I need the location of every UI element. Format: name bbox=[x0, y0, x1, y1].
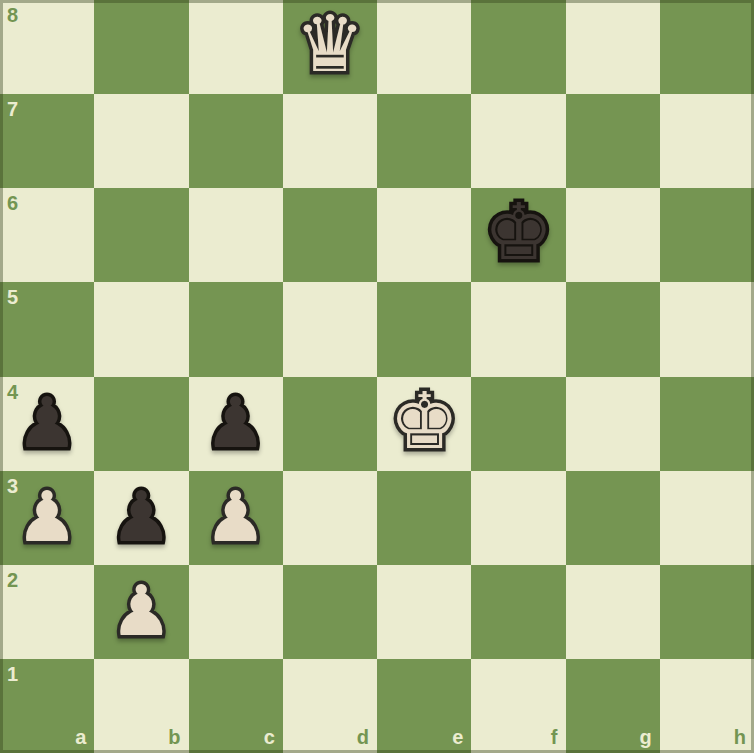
square-c4[interactable]: ♟♟ bbox=[189, 377, 283, 471]
square-f6[interactable]: ♚♚ bbox=[471, 188, 565, 282]
file-label-b: b bbox=[168, 727, 180, 747]
white-king-icon: ♚ bbox=[389, 382, 459, 460]
square-g3[interactable] bbox=[566, 471, 660, 565]
square-f5[interactable] bbox=[471, 282, 565, 376]
square-d6[interactable] bbox=[283, 188, 377, 282]
square-d4[interactable] bbox=[283, 377, 377, 471]
square-g2[interactable] bbox=[566, 565, 660, 659]
square-g8[interactable] bbox=[566, 0, 660, 94]
square-a1[interactable]: 1a bbox=[0, 659, 94, 753]
square-b5[interactable] bbox=[94, 282, 188, 376]
file-label-d: d bbox=[357, 727, 369, 747]
piece-white-pawn-c3[interactable]: ♟♟ bbox=[189, 471, 283, 565]
square-a6[interactable]: 6 bbox=[0, 188, 94, 282]
square-f2[interactable] bbox=[471, 565, 565, 659]
square-e1[interactable]: e bbox=[377, 659, 471, 753]
square-h1[interactable]: h bbox=[660, 659, 754, 753]
square-c8[interactable] bbox=[189, 0, 283, 94]
square-e8[interactable] bbox=[377, 0, 471, 94]
square-b6[interactable] bbox=[94, 188, 188, 282]
piece-white-pawn-b2[interactable]: ♟♟ bbox=[94, 565, 188, 659]
piece-white-king-e4[interactable]: ♚♚ bbox=[377, 377, 471, 471]
square-e3[interactable] bbox=[377, 471, 471, 565]
rank-label-7: 7 bbox=[7, 99, 18, 119]
square-b4[interactable] bbox=[94, 377, 188, 471]
square-f7[interactable] bbox=[471, 94, 565, 188]
square-d5[interactable] bbox=[283, 282, 377, 376]
square-f1[interactable]: f bbox=[471, 659, 565, 753]
rank-label-5: 5 bbox=[7, 287, 18, 307]
piece-white-queen-d8[interactable]: ♛♛ bbox=[283, 0, 377, 94]
square-a3[interactable]: 3♟♟ bbox=[0, 471, 94, 565]
square-h4[interactable] bbox=[660, 377, 754, 471]
square-d7[interactable] bbox=[283, 94, 377, 188]
square-b3[interactable]: ♟♟ bbox=[94, 471, 188, 565]
piece-black-pawn-a4[interactable]: ♟♟ bbox=[0, 377, 94, 471]
black-king-icon: ♚ bbox=[483, 193, 553, 271]
rank-label-6: 6 bbox=[7, 193, 18, 213]
square-c7[interactable] bbox=[189, 94, 283, 188]
square-f3[interactable] bbox=[471, 471, 565, 565]
square-a2[interactable]: 2 bbox=[0, 565, 94, 659]
rank-label-1: 1 bbox=[7, 664, 18, 684]
square-g6[interactable] bbox=[566, 188, 660, 282]
square-c3[interactable]: ♟♟ bbox=[189, 471, 283, 565]
white-pawn-icon: ♟ bbox=[110, 576, 173, 646]
square-g1[interactable]: g bbox=[566, 659, 660, 753]
piece-black-pawn-c4[interactable]: ♟♟ bbox=[189, 377, 283, 471]
square-g4[interactable] bbox=[566, 377, 660, 471]
square-b8[interactable] bbox=[94, 0, 188, 94]
square-h6[interactable] bbox=[660, 188, 754, 282]
square-d1[interactable]: d bbox=[283, 659, 377, 753]
square-a4[interactable]: 4♟♟ bbox=[0, 377, 94, 471]
square-e2[interactable] bbox=[377, 565, 471, 659]
square-a5[interactable]: 5 bbox=[0, 282, 94, 376]
square-f4[interactable] bbox=[471, 377, 565, 471]
square-e5[interactable] bbox=[377, 282, 471, 376]
square-h8[interactable] bbox=[660, 0, 754, 94]
white-pawn-icon: ♟ bbox=[204, 482, 267, 552]
square-d3[interactable] bbox=[283, 471, 377, 565]
square-d8[interactable]: ♛♛ bbox=[283, 0, 377, 94]
file-label-e: e bbox=[452, 727, 463, 747]
square-c2[interactable] bbox=[189, 565, 283, 659]
square-c6[interactable] bbox=[189, 188, 283, 282]
white-queen-icon: ♛ bbox=[295, 5, 365, 83]
rank-label-2: 2 bbox=[7, 570, 18, 590]
square-c5[interactable] bbox=[189, 282, 283, 376]
square-b2[interactable]: ♟♟ bbox=[94, 565, 188, 659]
square-f8[interactable] bbox=[471, 0, 565, 94]
square-e6[interactable] bbox=[377, 188, 471, 282]
square-e4[interactable]: ♚♚ bbox=[377, 377, 471, 471]
square-e7[interactable] bbox=[377, 94, 471, 188]
square-h2[interactable] bbox=[660, 565, 754, 659]
square-g5[interactable] bbox=[566, 282, 660, 376]
square-a8[interactable]: 8 bbox=[0, 0, 94, 94]
chess-board: 8♛♛76♚♚54♟♟♟♟♚♚3♟♟♟♟♟♟2♟♟1abcdefgh bbox=[0, 0, 754, 753]
rank-label-8: 8 bbox=[7, 5, 18, 25]
black-pawn-icon: ♟ bbox=[110, 482, 173, 552]
square-h7[interactable] bbox=[660, 94, 754, 188]
square-h3[interactable] bbox=[660, 471, 754, 565]
file-label-h: h bbox=[734, 727, 746, 747]
piece-white-pawn-a3[interactable]: ♟♟ bbox=[0, 471, 94, 565]
square-b1[interactable]: b bbox=[94, 659, 188, 753]
square-a7[interactable]: 7 bbox=[0, 94, 94, 188]
file-label-f: f bbox=[551, 727, 558, 747]
square-g7[interactable] bbox=[566, 94, 660, 188]
piece-black-pawn-b3[interactable]: ♟♟ bbox=[94, 471, 188, 565]
file-label-c: c bbox=[264, 727, 275, 747]
file-label-a: a bbox=[75, 727, 86, 747]
piece-black-king-f6[interactable]: ♚♚ bbox=[471, 188, 565, 282]
square-h5[interactable] bbox=[660, 282, 754, 376]
black-pawn-icon: ♟ bbox=[16, 388, 79, 458]
square-d2[interactable] bbox=[283, 565, 377, 659]
square-b7[interactable] bbox=[94, 94, 188, 188]
black-pawn-icon: ♟ bbox=[204, 388, 267, 458]
white-pawn-icon: ♟ bbox=[16, 482, 79, 552]
file-label-g: g bbox=[640, 727, 652, 747]
square-c1[interactable]: c bbox=[189, 659, 283, 753]
